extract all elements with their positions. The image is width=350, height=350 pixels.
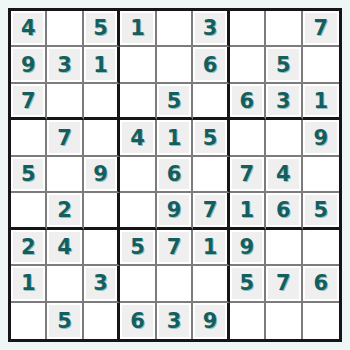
cell-r7c4: 5: [120, 230, 156, 266]
cell-r5c1: 5: [11, 157, 47, 193]
cell-r7c9[interactable]: [303, 230, 339, 266]
cell-r2c5[interactable]: [157, 47, 193, 83]
cell-r4c3[interactable]: [84, 120, 120, 156]
cell-r7c3[interactable]: [84, 230, 120, 266]
cell-r2c8: 5: [266, 47, 302, 83]
cell-r9c3[interactable]: [84, 303, 120, 339]
cell-r1c7[interactable]: [230, 11, 266, 47]
cell-r8c7: 5: [230, 266, 266, 302]
cell-r3c7: 6: [230, 84, 266, 120]
cell-r8c5[interactable]: [157, 266, 193, 302]
cell-r5c7: 7: [230, 157, 266, 193]
cell-r8c1: 1: [11, 266, 47, 302]
cell-r5c9[interactable]: [303, 157, 339, 193]
cell-r3c5: 5: [157, 84, 193, 120]
cell-r2c6: 6: [193, 47, 229, 83]
cell-r9c7[interactable]: [230, 303, 266, 339]
cell-r7c6: 1: [193, 230, 229, 266]
cell-r7c2: 4: [47, 230, 83, 266]
cell-r3c8: 3: [266, 84, 302, 120]
cell-r6c2: 2: [47, 193, 83, 229]
cell-r2c1: 9: [11, 47, 47, 83]
cell-r4c8[interactable]: [266, 120, 302, 156]
cell-r1c3: 5: [84, 11, 120, 47]
cell-r1c9: 7: [303, 11, 339, 47]
cell-r9c5: 3: [157, 303, 193, 339]
cell-r9c8[interactable]: [266, 303, 302, 339]
cell-r5c3: 9: [84, 157, 120, 193]
cell-r3c4[interactable]: [120, 84, 156, 120]
cell-r1c6: 3: [193, 11, 229, 47]
cell-r7c8[interactable]: [266, 230, 302, 266]
cell-r3c1: 7: [11, 84, 47, 120]
cell-r2c2: 3: [47, 47, 83, 83]
cell-r2c7[interactable]: [230, 47, 266, 83]
cell-r4c4: 4: [120, 120, 156, 156]
cell-r8c9: 6: [303, 266, 339, 302]
cell-r1c8[interactable]: [266, 11, 302, 47]
cell-r9c4: 6: [120, 303, 156, 339]
cell-r3c2[interactable]: [47, 84, 83, 120]
cell-r3c3[interactable]: [84, 84, 120, 120]
cell-r6c1[interactable]: [11, 193, 47, 229]
cell-r9c6: 9: [193, 303, 229, 339]
cell-r8c4[interactable]: [120, 266, 156, 302]
cell-r6c4[interactable]: [120, 193, 156, 229]
cell-r4c2: 7: [47, 120, 83, 156]
cell-r8c6[interactable]: [193, 266, 229, 302]
cell-r4c6: 5: [193, 120, 229, 156]
cell-r6c8: 6: [266, 193, 302, 229]
cell-r4c5: 1: [157, 120, 193, 156]
cell-r8c8: 7: [266, 266, 302, 302]
cell-r1c2[interactable]: [47, 11, 83, 47]
cell-r7c1: 2: [11, 230, 47, 266]
cell-r9c2: 5: [47, 303, 83, 339]
cell-r8c2[interactable]: [47, 266, 83, 302]
cell-r3c9: 1: [303, 84, 339, 120]
cell-r5c4[interactable]: [120, 157, 156, 193]
cell-r4c1[interactable]: [11, 120, 47, 156]
cell-r6c9: 5: [303, 193, 339, 229]
cell-r8c3: 3: [84, 266, 120, 302]
sudoku-board: 4513793165756317415959674297165245719135…: [8, 8, 342, 342]
cell-r9c9[interactable]: [303, 303, 339, 339]
cell-r7c5: 7: [157, 230, 193, 266]
cell-r1c4: 1: [120, 11, 156, 47]
cell-r5c8: 4: [266, 157, 302, 193]
cell-r4c7[interactable]: [230, 120, 266, 156]
cell-r9c1[interactable]: [11, 303, 47, 339]
cell-r3c6[interactable]: [193, 84, 229, 120]
cell-r4c9: 9: [303, 120, 339, 156]
cell-r5c5: 6: [157, 157, 193, 193]
cell-r2c3: 1: [84, 47, 120, 83]
cell-r6c7: 1: [230, 193, 266, 229]
cell-r6c6: 7: [193, 193, 229, 229]
cell-r1c5[interactable]: [157, 11, 193, 47]
cell-r2c4[interactable]: [120, 47, 156, 83]
cell-r6c3[interactable]: [84, 193, 120, 229]
cell-r5c6[interactable]: [193, 157, 229, 193]
cell-r7c7: 9: [230, 230, 266, 266]
cell-r6c5: 9: [157, 193, 193, 229]
cell-r1c1: 4: [11, 11, 47, 47]
cell-r2c9[interactable]: [303, 47, 339, 83]
cell-r5c2[interactable]: [47, 157, 83, 193]
